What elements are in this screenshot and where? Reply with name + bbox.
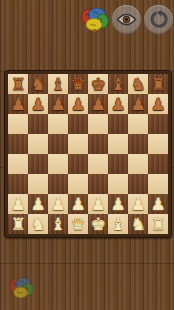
square-c2[interactable]: ♟ [48,194,68,214]
brain-hint-icon[interactable] [81,7,109,32]
square-b2[interactable]: ♟ [28,194,48,214]
black-pawn[interactable]: ♟ [130,94,145,114]
square-b5[interactable] [28,134,48,154]
white-pawn[interactable]: ♟ [30,194,45,214]
square-h5[interactable] [148,134,168,154]
square-d2[interactable]: ♟ [68,194,88,214]
square-d7[interactable]: ♟ [68,94,88,114]
white-pawn[interactable]: ♟ [130,194,145,214]
square-f2[interactable]: ♟ [108,194,128,214]
square-d8[interactable]: ♛ [68,74,88,94]
black-pawn[interactable]: ♟ [90,94,105,114]
square-b1[interactable]: ♞ [28,214,48,234]
square-d4[interactable] [68,154,88,174]
square-a8[interactable]: ♜ [8,74,28,94]
square-e6[interactable] [88,114,108,134]
black-pawn[interactable]: ♟ [50,94,65,114]
refresh-icon [149,10,168,29]
square-d3[interactable] [68,174,88,194]
square-g2[interactable]: ♟ [128,194,148,214]
square-a3[interactable] [8,174,28,194]
square-h2[interactable]: ♟ [148,194,168,214]
square-h6[interactable] [148,114,168,134]
square-g4[interactable] [128,154,148,174]
black-king[interactable]: ♚ [90,74,105,94]
square-e2[interactable]: ♟ [88,194,108,214]
square-c8[interactable]: ♝ [48,74,68,94]
square-d6[interactable] [68,114,88,134]
square-e7[interactable]: ♟ [88,94,108,114]
square-a1[interactable]: ♜ [8,214,28,234]
square-g7[interactable]: ♟ [128,94,148,114]
square-a5[interactable] [8,134,28,154]
faded-brain-graphic [9,277,34,299]
toolbar [0,0,174,38]
square-e8[interactable]: ♚ [88,74,108,94]
square-b8[interactable]: ♞ [28,74,48,94]
square-g3[interactable] [128,174,148,194]
square-c4[interactable] [48,154,68,174]
square-d1[interactable]: ♛ [68,214,88,234]
white-queen[interactable]: ♛ [70,214,85,234]
chess-app-background: ♜♞♝♛♚♝♞♜♟♟♟♟♟♟♟♟♟♟♟♟♟♟♟♟♜♞♝♛♚♝♞♜ [0,0,174,310]
square-c5[interactable] [48,134,68,154]
black-pawn[interactable]: ♟ [30,94,45,114]
square-a6[interactable] [8,114,28,134]
black-knight[interactable]: ♞ [30,74,45,94]
refresh-button[interactable] [144,5,173,34]
black-queen[interactable]: ♛ [70,74,85,94]
black-rook[interactable]: ♜ [150,74,165,94]
white-bishop[interactable]: ♝ [110,214,125,234]
black-pawn[interactable]: ♟ [70,94,85,114]
black-knight[interactable]: ♞ [130,74,145,94]
square-g6[interactable] [128,114,148,134]
square-f8[interactable]: ♝ [108,74,128,94]
square-a2[interactable]: ♟ [8,194,28,214]
square-a7[interactable]: ♟ [8,94,28,114]
white-knight[interactable]: ♞ [130,214,145,234]
square-f7[interactable]: ♟ [108,94,128,114]
square-e5[interactable] [88,134,108,154]
white-pawn[interactable]: ♟ [10,194,25,214]
white-rook[interactable]: ♜ [10,214,25,234]
square-g8[interactable]: ♞ [128,74,148,94]
square-e1[interactable]: ♚ [88,214,108,234]
square-h1[interactable]: ♜ [148,214,168,234]
square-f4[interactable] [108,154,128,174]
square-h8[interactable]: ♜ [148,74,168,94]
white-knight[interactable]: ♞ [30,214,45,234]
eye-icon [116,12,137,27]
white-bishop[interactable]: ♝ [50,214,65,234]
square-c1[interactable]: ♝ [48,214,68,234]
white-pawn[interactable]: ♟ [70,194,85,214]
square-f5[interactable] [108,134,128,154]
board-grid: ♜♞♝♛♚♝♞♜♟♟♟♟♟♟♟♟♟♟♟♟♟♟♟♟♜♞♝♛♚♝♞♜ [8,74,168,234]
thinking-brain-icon [9,277,34,299]
square-e3[interactable] [88,174,108,194]
square-b7[interactable]: ♟ [28,94,48,114]
black-rook[interactable]: ♜ [10,74,25,94]
square-d5[interactable] [68,134,88,154]
square-b4[interactable] [28,154,48,174]
brain-icon-graphic [81,7,109,32]
white-pawn[interactable]: ♟ [90,194,105,214]
square-a4[interactable] [8,154,28,174]
square-b6[interactable] [28,114,48,134]
square-f1[interactable]: ♝ [108,214,128,234]
square-c3[interactable] [48,174,68,194]
black-pawn[interactable]: ♟ [150,94,165,114]
square-c7[interactable]: ♟ [48,94,68,114]
white-pawn[interactable]: ♟ [110,194,125,214]
square-e4[interactable] [88,154,108,174]
square-g5[interactable] [128,134,148,154]
black-bishop[interactable]: ♝ [110,74,125,94]
white-king[interactable]: ♚ [90,214,105,234]
square-b3[interactable] [28,174,48,194]
square-f6[interactable] [108,114,128,134]
eye-button[interactable] [112,5,141,34]
square-h7[interactable]: ♟ [148,94,168,114]
chess-board: ♜♞♝♛♚♝♞♜♟♟♟♟♟♟♟♟♟♟♟♟♟♟♟♟♜♞♝♛♚♝♞♜ [4,70,172,238]
black-pawn[interactable]: ♟ [10,94,25,114]
square-h3[interactable] [148,174,168,194]
white-rook[interactable]: ♜ [150,214,165,234]
black-bishop[interactable]: ♝ [50,74,65,94]
black-pawn[interactable]: ♟ [110,94,125,114]
square-h4[interactable] [148,154,168,174]
white-pawn[interactable]: ♟ [150,194,165,214]
square-f3[interactable] [108,174,128,194]
square-c6[interactable] [48,114,68,134]
square-g1[interactable]: ♞ [128,214,148,234]
white-pawn[interactable]: ♟ [50,194,65,214]
